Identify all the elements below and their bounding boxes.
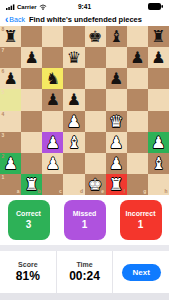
square-b7[interactable]: ♟ <box>21 47 42 68</box>
square-h6[interactable] <box>148 68 169 89</box>
file-label-c: c <box>59 189 62 194</box>
time-section: Time 00:24 <box>56 251 113 293</box>
black-rook-piece: ♜ <box>151 26 165 47</box>
correct-label: Correct <box>16 210 41 217</box>
back-label: Back <box>9 16 25 23</box>
white-king-piece: ♚ <box>88 174 102 195</box>
score-label: Score <box>18 261 37 268</box>
carrier-label: Carrier <box>17 4 37 10</box>
next-section: Next <box>112 251 169 293</box>
white-pawn-piece: ♟ <box>3 153 17 174</box>
signal-icon <box>6 4 15 10</box>
square-b4[interactable] <box>21 111 42 132</box>
square-c3[interactable]: ♟ <box>42 132 63 153</box>
black-rook-piece: ♜ <box>3 26 17 47</box>
white-bishop-piece: ♝ <box>67 132 81 153</box>
square-e8[interactable]: ♚ <box>85 26 106 47</box>
square-a7[interactable]: 7 <box>0 47 21 68</box>
time-label: Time <box>76 261 92 268</box>
square-b6[interactable] <box>21 68 42 89</box>
square-b1[interactable]: b♜ <box>21 174 42 195</box>
square-g2[interactable] <box>127 153 148 174</box>
square-a2[interactable]: 2♟ <box>0 153 21 174</box>
square-f4[interactable]: ♛ <box>106 111 127 132</box>
rank-label-8: 8 <box>2 27 5 32</box>
square-g8[interactable] <box>127 26 148 47</box>
square-c1[interactable]: c <box>42 174 63 195</box>
square-a6[interactable]: 6♟ <box>0 68 21 89</box>
white-pawn-piece: ♟ <box>46 153 60 174</box>
black-pawn-piece: ♟ <box>130 47 144 68</box>
correct-card: Correct 3 <box>8 200 50 240</box>
square-c6[interactable]: ♞ <box>42 68 63 89</box>
white-bishop-piece: ♝ <box>151 153 165 174</box>
missed-card: Missed 1 <box>64 200 106 240</box>
square-f8[interactable]: ♝ <box>106 26 127 47</box>
black-pawn-piece: ♟ <box>151 47 165 68</box>
status-bar: Carrier 9:41 <box>0 0 169 13</box>
black-pawn-piece: ♟ <box>46 89 60 110</box>
square-b5[interactable] <box>21 89 42 110</box>
square-d7[interactable]: ♛ <box>63 47 84 68</box>
square-d6[interactable] <box>63 68 84 89</box>
square-d4[interactable]: ♟ <box>63 111 84 132</box>
rank-label-1: 1 <box>2 175 5 180</box>
battery-icon <box>148 3 163 10</box>
square-g5[interactable] <box>127 89 148 110</box>
square-c7[interactable] <box>42 47 63 68</box>
rank-label-4: 4 <box>2 112 5 117</box>
white-rook-piece: ♜ <box>109 174 123 195</box>
incorrect-count: 1 <box>138 219 144 230</box>
file-label-g: g <box>143 189 146 194</box>
square-h2[interactable]: ♝ <box>148 153 169 174</box>
white-pawn-piece: ♟ <box>109 132 123 153</box>
square-f6[interactable]: ♟ <box>106 68 127 89</box>
square-h3[interactable]: ♟ <box>148 132 169 153</box>
black-pawn-piece: ♟ <box>67 89 81 110</box>
square-b3[interactable] <box>21 132 42 153</box>
app-screen: Carrier 9:41 ‹ Back Find white's undefen… <box>0 0 169 300</box>
black-bishop-piece: ♝ <box>109 26 123 47</box>
black-pawn-piece: ♟ <box>3 68 17 89</box>
home-indicator-area <box>0 293 169 300</box>
square-a1[interactable]: 1a <box>0 174 21 195</box>
square-e7[interactable] <box>85 47 106 68</box>
file-label-f: f <box>124 189 126 194</box>
rank-label-2: 2 <box>2 154 5 159</box>
square-c8[interactable] <box>42 26 63 47</box>
square-c4[interactable] <box>42 111 63 132</box>
square-d5[interactable]: ♟ <box>63 89 84 110</box>
file-label-a: a <box>17 189 20 194</box>
rank-label-6: 6 <box>2 69 5 74</box>
square-h8[interactable]: ♜ <box>148 26 169 47</box>
file-label-d: d <box>80 189 83 194</box>
square-d2[interactable] <box>63 153 84 174</box>
square-d1[interactable]: d <box>63 174 84 195</box>
next-button[interactable]: Next <box>122 264 161 281</box>
black-queen-piece: ♛ <box>67 47 81 68</box>
square-d8[interactable] <box>63 26 84 47</box>
rank-label-5: 5 <box>2 90 5 95</box>
page-title: Find white's undefended pieces <box>29 15 142 24</box>
back-button[interactable]: ‹ Back <box>5 16 25 23</box>
file-label-e: e <box>101 189 104 194</box>
chess-board: 8♜♚♝♜7♟♛♟♟6♟♞♟5♟♟4♟♛3♟♝♟♟2♟♟♟♝1ab♜cde♚f♜… <box>0 26 169 195</box>
wifi-icon <box>39 4 47 10</box>
white-pawn-piece: ♟ <box>109 153 123 174</box>
score-section: Score 81% <box>0 251 56 293</box>
result-cards: Correct 3 Missed 1 Incorrect 1 <box>0 200 169 240</box>
square-c2[interactable]: ♟ <box>42 153 63 174</box>
square-b8[interactable] <box>21 26 42 47</box>
rank-label-3: 3 <box>2 133 5 138</box>
bottom-bar: Score 81% Time 00:24 Next <box>0 251 169 293</box>
incorrect-label: Incorrect <box>126 210 156 217</box>
black-pawn-piece: ♟ <box>25 47 39 68</box>
square-f3[interactable]: ♟ <box>106 132 127 153</box>
square-e2[interactable] <box>85 153 106 174</box>
square-h1[interactable]: h <box>148 174 169 195</box>
score-value: 81% <box>16 269 40 283</box>
square-f2[interactable]: ♟ <box>106 153 127 174</box>
square-g4[interactable] <box>127 111 148 132</box>
white-pawn-piece: ♟ <box>67 111 81 132</box>
square-g6[interactable] <box>127 68 148 89</box>
square-e6[interactable] <box>85 68 106 89</box>
file-label-h: h <box>164 189 167 194</box>
square-e3[interactable] <box>85 132 106 153</box>
black-pawn-piece: ♟ <box>109 68 123 89</box>
square-a4[interactable]: 4 <box>0 111 21 132</box>
correct-count: 3 <box>26 219 32 230</box>
nav-bar: ‹ Back Find white's undefended pieces <box>0 13 169 26</box>
white-pawn-piece: ♟ <box>46 132 60 153</box>
square-b2[interactable] <box>21 153 42 174</box>
square-e4[interactable] <box>85 111 106 132</box>
rank-label-7: 7 <box>2 48 5 53</box>
square-h7[interactable]: ♟ <box>148 47 169 68</box>
chevron-left-icon: ‹ <box>5 16 8 23</box>
white-pawn-piece: ♟ <box>151 132 165 153</box>
square-e1[interactable]: e♚ <box>85 174 106 195</box>
square-h4[interactable] <box>148 111 169 132</box>
incorrect-card: Incorrect 1 <box>120 200 162 240</box>
black-king-piece: ♚ <box>88 26 102 47</box>
square-g7[interactable]: ♟ <box>127 47 148 68</box>
square-f7[interactable] <box>106 47 127 68</box>
square-g3[interactable] <box>127 132 148 153</box>
square-c5[interactable]: ♟ <box>42 89 63 110</box>
file-label-b: b <box>38 189 41 194</box>
square-f1[interactable]: f♜ <box>106 174 127 195</box>
square-h5[interactable] <box>148 89 169 110</box>
square-f5[interactable] <box>106 89 127 110</box>
square-a3[interactable]: 3 <box>0 132 21 153</box>
square-e5[interactable] <box>85 89 106 110</box>
missed-label: Missed <box>73 210 97 217</box>
square-g1[interactable]: g <box>127 174 148 195</box>
missed-count: 1 <box>82 219 88 230</box>
time-value: 00:24 <box>69 269 100 283</box>
square-d3[interactable]: ♝ <box>63 132 84 153</box>
black-knight-piece: ♞ <box>46 68 60 89</box>
white-queen-piece: ♛ <box>109 111 123 132</box>
square-a5[interactable]: 5 <box>0 89 21 110</box>
square-a8[interactable]: 8♜ <box>0 26 21 47</box>
